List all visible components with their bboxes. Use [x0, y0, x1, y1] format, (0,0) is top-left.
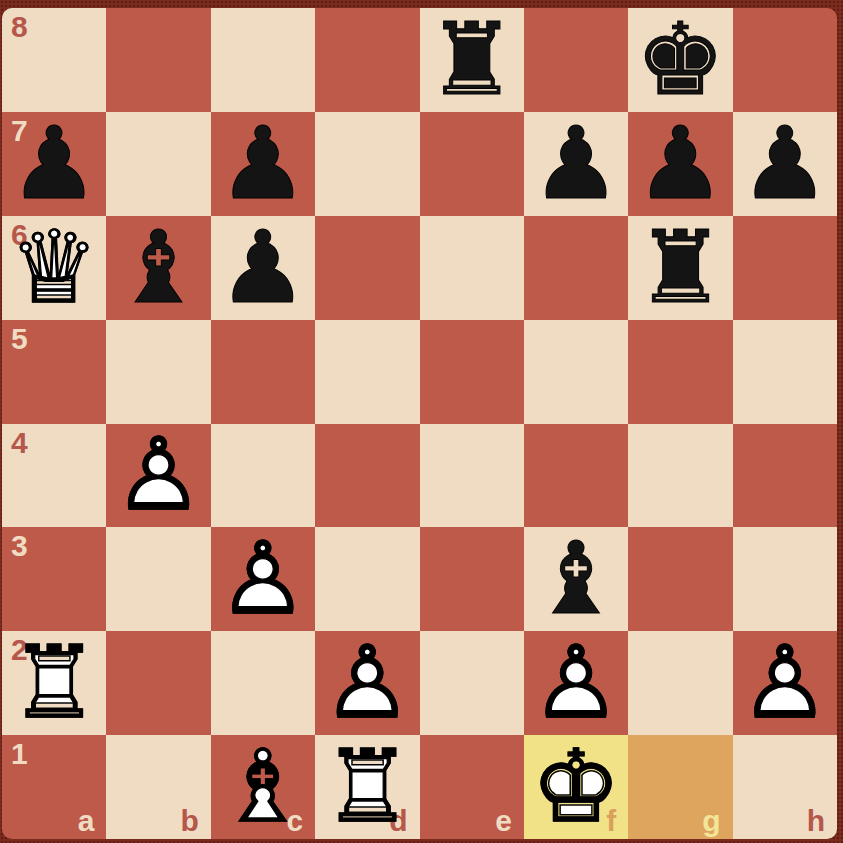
square-b1[interactable]: b [106, 735, 210, 839]
square-f4[interactable] [524, 424, 628, 528]
square-g8[interactable]: ♚ [628, 8, 732, 112]
square-f3[interactable]: ♝ [524, 527, 628, 631]
square-b6[interactable]: ♝ [106, 216, 210, 320]
piece-outline-glyph: ♕ [2, 216, 106, 320]
rank-label: 1 [11, 737, 28, 771]
black-rook[interactable]: ♜ [628, 216, 732, 320]
square-b7[interactable] [106, 112, 210, 216]
piece-outline-glyph: ♗ [211, 735, 315, 839]
file-label: g [702, 804, 720, 838]
square-h3[interactable] [733, 527, 837, 631]
square-h6[interactable] [733, 216, 837, 320]
square-g1[interactable]: g [628, 735, 732, 839]
piece-glyph: ♟ [2, 112, 106, 216]
white-rook[interactable]: ♜♖ [2, 631, 106, 735]
square-a6[interactable]: 6♛♕ [2, 216, 106, 320]
square-f2[interactable]: ♟♙ [524, 631, 628, 735]
file-label: b [180, 804, 198, 838]
piece-glyph: ♝ [524, 527, 628, 631]
square-e6[interactable] [420, 216, 524, 320]
piece-glyph: ♟ [628, 112, 732, 216]
piece-glyph: ♚ [628, 8, 732, 112]
square-a1[interactable]: 1a [2, 735, 106, 839]
piece-outline-glyph: ♖ [315, 735, 419, 839]
white-pawn[interactable]: ♟♙ [106, 424, 210, 528]
square-f5[interactable] [524, 320, 628, 424]
piece-glyph: ♝ [106, 216, 210, 320]
square-b5[interactable] [106, 320, 210, 424]
square-a3[interactable]: 3 [2, 527, 106, 631]
square-b2[interactable] [106, 631, 210, 735]
piece-glyph: ♟ [733, 112, 837, 216]
board-frame: 8♜♚7♟♟♟♟♟6♛♕♝♟♜54♟♙3♟♙♝2♜♖♟♙♟♙♟♙1abc♝♗d♜… [0, 0, 843, 843]
file-label: h [807, 804, 825, 838]
white-pawn[interactable]: ♟♙ [315, 631, 419, 735]
square-h2[interactable]: ♟♙ [733, 631, 837, 735]
square-c7[interactable]: ♟ [211, 112, 315, 216]
square-a7[interactable]: 7♟ [2, 112, 106, 216]
square-f6[interactable] [524, 216, 628, 320]
white-pawn[interactable]: ♟♙ [211, 527, 315, 631]
square-h5[interactable] [733, 320, 837, 424]
black-pawn[interactable]: ♟ [524, 112, 628, 216]
square-d3[interactable] [315, 527, 419, 631]
piece-outline-glyph: ♔ [524, 735, 628, 839]
black-rook[interactable]: ♜ [420, 8, 524, 112]
square-a8[interactable]: 8 [2, 8, 106, 112]
square-g5[interactable] [628, 320, 732, 424]
square-e5[interactable] [420, 320, 524, 424]
square-b8[interactable] [106, 8, 210, 112]
black-pawn[interactable]: ♟ [211, 216, 315, 320]
square-h7[interactable]: ♟ [733, 112, 837, 216]
square-e2[interactable] [420, 631, 524, 735]
square-c8[interactable] [211, 8, 315, 112]
piece-glyph: ♜ [628, 216, 732, 320]
rank-label: 3 [11, 529, 28, 563]
square-d8[interactable] [315, 8, 419, 112]
white-queen[interactable]: ♛♕ [2, 216, 106, 320]
square-h4[interactable] [733, 424, 837, 528]
square-g6[interactable]: ♜ [628, 216, 732, 320]
square-b4[interactable]: ♟♙ [106, 424, 210, 528]
rank-label: 8 [11, 10, 28, 44]
square-e7[interactable] [420, 112, 524, 216]
rank-label: 4 [11, 426, 28, 460]
white-rook[interactable]: ♜♖ [315, 735, 419, 839]
black-pawn[interactable]: ♟ [211, 112, 315, 216]
black-bishop[interactable]: ♝ [106, 216, 210, 320]
black-pawn[interactable]: ♟ [733, 112, 837, 216]
piece-outline-glyph: ♙ [315, 631, 419, 735]
square-b3[interactable] [106, 527, 210, 631]
black-bishop[interactable]: ♝ [524, 527, 628, 631]
square-g2[interactable] [628, 631, 732, 735]
square-c3[interactable]: ♟♙ [211, 527, 315, 631]
square-e3[interactable] [420, 527, 524, 631]
square-g4[interactable] [628, 424, 732, 528]
square-a5[interactable]: 5 [2, 320, 106, 424]
square-d5[interactable] [315, 320, 419, 424]
square-h1[interactable]: h [733, 735, 837, 839]
piece-glyph: ♜ [420, 8, 524, 112]
white-pawn[interactable]: ♟♙ [524, 631, 628, 735]
rank-label: 5 [11, 322, 28, 356]
square-d6[interactable] [315, 216, 419, 320]
square-c6[interactable]: ♟ [211, 216, 315, 320]
piece-outline-glyph: ♙ [211, 527, 315, 631]
square-c2[interactable] [211, 631, 315, 735]
square-e8[interactable]: ♜ [420, 8, 524, 112]
black-king[interactable]: ♚ [628, 8, 732, 112]
piece-outline-glyph: ♙ [106, 424, 210, 528]
piece-outline-glyph: ♙ [733, 631, 837, 735]
square-e4[interactable] [420, 424, 524, 528]
square-d4[interactable] [315, 424, 419, 528]
white-bishop[interactable]: ♝♗ [211, 735, 315, 839]
square-f1[interactable]: f♚♔ [524, 735, 628, 839]
square-d7[interactable] [315, 112, 419, 216]
piece-outline-glyph: ♙ [524, 631, 628, 735]
piece-outline-glyph: ♖ [2, 631, 106, 735]
white-king[interactable]: ♚♔ [524, 735, 628, 839]
file-label: a [78, 804, 95, 838]
square-e1[interactable]: e [420, 735, 524, 839]
square-a4[interactable]: 4 [2, 424, 106, 528]
square-c1[interactable]: c♝♗ [211, 735, 315, 839]
square-f7[interactable]: ♟ [524, 112, 628, 216]
white-pawn[interactable]: ♟♙ [733, 631, 837, 735]
file-label: e [495, 804, 512, 838]
piece-glyph: ♟ [211, 112, 315, 216]
square-g3[interactable] [628, 527, 732, 631]
square-d1[interactable]: d♜♖ [315, 735, 419, 839]
square-a2[interactable]: 2♜♖ [2, 631, 106, 735]
black-pawn[interactable]: ♟ [628, 112, 732, 216]
chess-board[interactable]: 8♜♚7♟♟♟♟♟6♛♕♝♟♜54♟♙3♟♙♝2♜♖♟♙♟♙♟♙1abc♝♗d♜… [2, 8, 837, 839]
black-pawn[interactable]: ♟ [2, 112, 106, 216]
square-g7[interactable]: ♟ [628, 112, 732, 216]
square-h8[interactable] [733, 8, 837, 112]
square-c5[interactable] [211, 320, 315, 424]
square-f8[interactable] [524, 8, 628, 112]
piece-glyph: ♟ [211, 216, 315, 320]
piece-glyph: ♟ [524, 112, 628, 216]
square-c4[interactable] [211, 424, 315, 528]
square-d2[interactable]: ♟♙ [315, 631, 419, 735]
